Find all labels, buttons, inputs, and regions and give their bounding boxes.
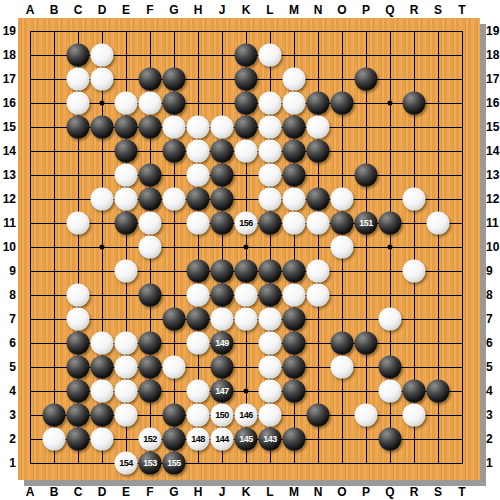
column-label-top-L: L	[258, 3, 282, 17]
column-label-top-T: T	[450, 3, 474, 17]
column-label-top-A: A	[18, 3, 42, 17]
black-stone-J11	[211, 212, 234, 235]
column-label-bottom-D: D	[90, 485, 114, 499]
white-stone-E16	[115, 92, 138, 115]
column-label-bottom-Q: Q	[378, 485, 402, 499]
row-label-right-7: 7	[486, 312, 500, 326]
black-stone-M6	[283, 332, 306, 355]
black-stone-L2: 143	[259, 428, 282, 451]
move-number-155: 155	[167, 459, 181, 468]
white-stone-L6	[259, 332, 282, 355]
white-stone-K14	[235, 140, 258, 163]
white-stone-H13	[187, 164, 210, 187]
column-label-top-N: N	[306, 3, 330, 17]
row-label-left-12: 12	[1, 192, 16, 206]
white-stone-D17	[91, 68, 114, 91]
black-stone-G7	[163, 308, 186, 331]
white-stone-J15	[211, 116, 234, 139]
column-label-bottom-S: S	[426, 485, 450, 499]
white-stone-D6	[91, 332, 114, 355]
column-label-top-J: J	[210, 3, 234, 17]
black-stone-N12	[307, 188, 330, 211]
move-number-144: 144	[215, 435, 229, 444]
column-label-bottom-F: F	[138, 485, 162, 499]
row-label-right-15: 15	[486, 120, 500, 134]
move-number-145: 145	[239, 435, 253, 444]
white-stone-E12	[115, 188, 138, 211]
move-number-147: 147	[215, 387, 229, 396]
row-label-right-9: 9	[486, 264, 500, 278]
row-label-left-2: 2	[1, 432, 16, 446]
black-stone-J14	[211, 140, 234, 163]
row-label-right-17: 17	[486, 72, 500, 86]
black-stone-M15	[283, 116, 306, 139]
row-label-left-14: 14	[1, 144, 16, 158]
black-stone-C6	[67, 332, 90, 355]
black-stone-Q5	[379, 356, 402, 379]
star-point-Q16	[388, 101, 393, 106]
white-stone-E1: 154	[115, 452, 138, 475]
black-stone-L11	[259, 212, 282, 235]
white-stone-G15	[163, 116, 186, 139]
black-stone-P13	[355, 164, 378, 187]
black-stone-C5	[67, 356, 90, 379]
move-number-143: 143	[263, 435, 277, 444]
move-number-150: 150	[215, 411, 229, 420]
black-stone-K2: 145	[235, 428, 258, 451]
black-stone-J8	[211, 284, 234, 307]
column-label-bottom-P: P	[354, 485, 378, 499]
black-stone-O6	[331, 332, 354, 355]
row-label-right-12: 12	[486, 192, 500, 206]
black-stone-O16	[331, 92, 354, 115]
white-stone-M17	[283, 68, 306, 91]
white-stone-K3: 146	[235, 404, 258, 427]
row-label-left-11: 11	[1, 216, 16, 230]
white-stone-L13	[259, 164, 282, 187]
white-stone-S11	[427, 212, 450, 235]
white-stone-N9	[307, 260, 330, 283]
column-label-bottom-M: M	[282, 485, 306, 499]
black-stone-F5	[139, 356, 162, 379]
column-label-bottom-E: E	[114, 485, 138, 499]
black-stone-C15	[67, 116, 90, 139]
row-label-right-4: 4	[486, 384, 500, 398]
move-number-149: 149	[215, 339, 229, 348]
grid-line-vertical	[462, 31, 463, 464]
white-stone-M11	[283, 212, 306, 235]
column-label-bottom-L: L	[258, 485, 282, 499]
black-stone-H9	[187, 260, 210, 283]
white-stone-O12	[331, 188, 354, 211]
black-stone-Q2	[379, 428, 402, 451]
row-label-right-1: 1	[486, 456, 500, 470]
move-number-156: 156	[239, 219, 253, 228]
black-stone-F17	[139, 68, 162, 91]
black-stone-D3	[91, 404, 114, 427]
black-stone-F1: 153	[139, 452, 162, 475]
black-stone-J13	[211, 164, 234, 187]
row-label-right-14: 14	[486, 144, 500, 158]
black-stone-C3	[67, 404, 90, 427]
black-stone-E15	[115, 116, 138, 139]
row-label-left-1: 1	[1, 456, 16, 470]
white-stone-H6	[187, 332, 210, 355]
row-label-left-8: 8	[1, 288, 16, 302]
black-stone-F8	[139, 284, 162, 307]
row-label-left-18: 18	[1, 48, 16, 62]
black-stone-M14	[283, 140, 306, 163]
black-stone-C2	[67, 428, 90, 451]
white-stone-M16	[283, 92, 306, 115]
black-stone-D15	[91, 116, 114, 139]
column-label-top-F: F	[138, 3, 162, 17]
move-number-153: 153	[143, 459, 157, 468]
black-stone-M2	[283, 428, 306, 451]
row-label-left-3: 3	[1, 408, 16, 422]
black-stone-K17	[235, 68, 258, 91]
white-stone-H2: 148	[187, 428, 210, 451]
black-stone-G1: 155	[163, 452, 186, 475]
row-label-right-8: 8	[486, 288, 500, 302]
column-label-top-M: M	[282, 3, 306, 17]
row-label-left-13: 13	[1, 168, 16, 182]
star-point-K4	[244, 389, 249, 394]
white-stone-C17	[67, 68, 90, 91]
white-stone-Q4	[379, 380, 402, 403]
move-number-154: 154	[119, 459, 133, 468]
go-board[interactable]: 1561511491471501461521481441451431541531…	[18, 18, 480, 480]
white-stone-L18	[259, 44, 282, 67]
white-stone-N8	[307, 284, 330, 307]
white-stone-E9	[115, 260, 138, 283]
white-stone-D12	[91, 188, 114, 211]
grid-line-vertical	[366, 31, 367, 464]
black-stone-J5	[211, 356, 234, 379]
column-label-bottom-K: K	[234, 485, 258, 499]
white-stone-E4	[115, 380, 138, 403]
white-stone-Q7	[379, 308, 402, 331]
black-stone-M4	[283, 380, 306, 403]
white-stone-J2: 144	[211, 428, 234, 451]
white-stone-L4	[259, 380, 282, 403]
column-label-top-S: S	[426, 3, 450, 17]
black-stone-H12	[187, 188, 210, 211]
white-stone-F11	[139, 212, 162, 235]
black-stone-P17	[355, 68, 378, 91]
black-stone-B3	[43, 404, 66, 427]
white-stone-L16	[259, 92, 282, 115]
row-label-right-19: 19	[486, 24, 500, 38]
column-label-top-H: H	[186, 3, 210, 17]
row-label-right-13: 13	[486, 168, 500, 182]
white-stone-K8	[235, 284, 258, 307]
white-stone-E5	[115, 356, 138, 379]
column-label-bottom-J: J	[210, 485, 234, 499]
black-stone-D5	[91, 356, 114, 379]
column-label-top-G: G	[162, 3, 186, 17]
row-label-right-16: 16	[486, 96, 500, 110]
row-label-right-18: 18	[486, 48, 500, 62]
black-stone-J4: 147	[211, 380, 234, 403]
black-stone-J6: 149	[211, 332, 234, 355]
row-label-left-9: 9	[1, 264, 16, 278]
black-stone-J12	[211, 188, 234, 211]
column-label-bottom-N: N	[306, 485, 330, 499]
row-label-right-2: 2	[486, 432, 500, 446]
column-label-bottom-C: C	[66, 485, 90, 499]
star-point-K10	[244, 245, 249, 250]
white-stone-J7	[211, 308, 234, 331]
black-stone-F15	[139, 116, 162, 139]
white-stone-C8	[67, 284, 90, 307]
move-number-146: 146	[239, 411, 253, 420]
white-stone-F10	[139, 236, 162, 259]
column-label-top-R: R	[402, 3, 426, 17]
row-label-left-15: 15	[1, 120, 16, 134]
white-stone-E3	[115, 404, 138, 427]
white-stone-F16	[139, 92, 162, 115]
black-stone-F4	[139, 380, 162, 403]
column-label-bottom-A: A	[18, 485, 42, 499]
white-stone-K11: 156	[235, 212, 258, 235]
row-label-right-6: 6	[486, 336, 500, 350]
column-label-bottom-T: T	[450, 485, 474, 499]
white-stone-J3: 150	[211, 404, 234, 427]
white-stone-F2: 152	[139, 428, 162, 451]
black-stone-K16	[235, 92, 258, 115]
column-label-bottom-G: G	[162, 485, 186, 499]
move-number-151: 151	[359, 219, 373, 228]
white-stone-D18	[91, 44, 114, 67]
black-stone-F6	[139, 332, 162, 355]
row-label-left-7: 7	[1, 312, 16, 326]
white-stone-H14	[187, 140, 210, 163]
black-stone-G14	[163, 140, 186, 163]
black-stone-C4	[67, 380, 90, 403]
black-stone-F13	[139, 164, 162, 187]
white-stone-N15	[307, 116, 330, 139]
white-stone-L3	[259, 404, 282, 427]
white-stone-R12	[403, 188, 426, 211]
white-stone-B2	[43, 428, 66, 451]
white-stone-H15	[187, 116, 210, 139]
black-stone-P6	[355, 332, 378, 355]
column-label-top-P: P	[354, 3, 378, 17]
black-stone-E11	[115, 212, 138, 235]
black-stone-M7	[283, 308, 306, 331]
move-number-152: 152	[143, 435, 157, 444]
black-stone-N14	[307, 140, 330, 163]
white-stone-C16	[67, 92, 90, 115]
black-stone-F12	[139, 188, 162, 211]
black-stone-K15	[235, 116, 258, 139]
grid-line-horizontal	[30, 463, 463, 464]
black-stone-H7	[187, 308, 210, 331]
black-stone-G16	[163, 92, 186, 115]
column-label-top-O: O	[330, 3, 354, 17]
white-stone-L12	[259, 188, 282, 211]
black-stone-G2	[163, 428, 186, 451]
black-stone-G3	[163, 404, 186, 427]
white-stone-H3	[187, 404, 210, 427]
row-label-right-5: 5	[486, 360, 500, 374]
row-label-left-17: 17	[1, 72, 16, 86]
star-point-Q10	[388, 245, 393, 250]
white-stone-L15	[259, 116, 282, 139]
black-stone-L8	[259, 284, 282, 307]
move-number-148: 148	[191, 435, 205, 444]
star-point-D16	[100, 101, 105, 106]
star-point-D10	[100, 245, 105, 250]
black-stone-N16	[307, 92, 330, 115]
row-label-left-6: 6	[1, 336, 16, 350]
black-stone-S4	[427, 380, 450, 403]
black-stone-M5	[283, 356, 306, 379]
column-label-bottom-H: H	[186, 485, 210, 499]
black-stone-J9	[211, 260, 234, 283]
column-label-top-C: C	[66, 3, 90, 17]
white-stone-E13	[115, 164, 138, 187]
black-stone-M9	[283, 260, 306, 283]
white-stone-O5	[331, 356, 354, 379]
black-stone-K18	[235, 44, 258, 67]
white-stone-G12	[163, 188, 186, 211]
black-stone-E14	[115, 140, 138, 163]
white-stone-H11	[187, 212, 210, 235]
white-stone-L7	[259, 308, 282, 331]
black-stone-C18	[67, 44, 90, 67]
row-label-left-10: 10	[1, 240, 16, 254]
white-stone-E6	[115, 332, 138, 355]
column-label-top-D: D	[90, 3, 114, 17]
white-stone-G5	[163, 356, 186, 379]
white-stone-K7	[235, 308, 258, 331]
black-stone-N3	[307, 404, 330, 427]
row-label-right-11: 11	[486, 216, 500, 230]
black-stone-Q11	[379, 212, 402, 235]
white-stone-M8	[283, 284, 306, 307]
black-stone-L9	[259, 260, 282, 283]
white-stone-L5	[259, 356, 282, 379]
white-stone-C7	[67, 308, 90, 331]
white-stone-R3	[403, 404, 426, 427]
column-label-top-Q: Q	[378, 3, 402, 17]
white-stone-P3	[355, 404, 378, 427]
row-label-right-3: 3	[486, 408, 500, 422]
row-label-left-16: 16	[1, 96, 16, 110]
white-stone-D4	[91, 380, 114, 403]
column-label-bottom-R: R	[402, 485, 426, 499]
column-label-bottom-B: B	[42, 485, 66, 499]
white-stone-R9	[403, 260, 426, 283]
black-stone-R4	[403, 380, 426, 403]
row-label-left-4: 4	[1, 384, 16, 398]
column-label-top-B: B	[42, 3, 66, 17]
white-stone-L14	[259, 140, 282, 163]
black-stone-M13	[283, 164, 306, 187]
column-label-top-K: K	[234, 3, 258, 17]
white-stone-D2	[91, 428, 114, 451]
white-stone-H4	[187, 380, 210, 403]
column-label-bottom-O: O	[330, 485, 354, 499]
column-label-top-E: E	[114, 3, 138, 17]
black-stone-K9	[235, 260, 258, 283]
black-stone-P11: 151	[355, 212, 378, 235]
go-diagram: 1561511491471501461521481441451431541531…	[0, 0, 500, 500]
white-stone-C11	[67, 212, 90, 235]
white-stone-M12	[283, 188, 306, 211]
black-stone-G17	[163, 68, 186, 91]
black-stone-O11	[331, 212, 354, 235]
black-stone-R16	[403, 92, 426, 115]
white-stone-N11	[307, 212, 330, 235]
white-stone-O10	[331, 236, 354, 259]
row-label-right-10: 10	[486, 240, 500, 254]
white-stone-H8	[187, 284, 210, 307]
row-label-left-19: 19	[1, 24, 16, 38]
row-label-left-5: 5	[1, 360, 16, 374]
